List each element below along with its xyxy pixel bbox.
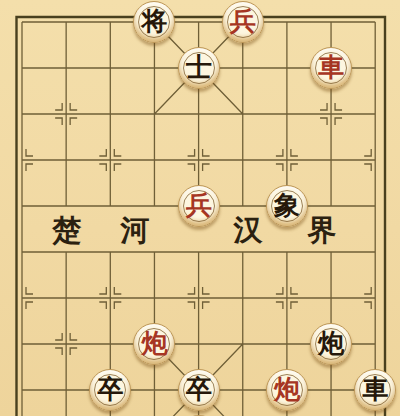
- board-point-3-7: 炮: [132, 321, 176, 367]
- board-point-3-0: 将: [132, 0, 176, 45]
- piece-glyph: 炮: [141, 330, 167, 356]
- board-point-8-8: 車: [353, 367, 397, 413]
- piece-glyph: 炮: [274, 376, 300, 402]
- piece-black-advisor[interactable]: 士: [178, 47, 220, 89]
- piece-glyph: 将: [141, 8, 167, 34]
- xiangqi-game-screenshot: 楚 河 汉 界 将兵士車兵象炮炮卒卒炮車: [0, 0, 400, 416]
- piece-red-chariot[interactable]: 車: [310, 47, 352, 89]
- piece-glyph: 車: [362, 376, 388, 402]
- piece-glyph: 象: [274, 192, 300, 218]
- piece-black-soldier-b[interactable]: 卒: [178, 369, 220, 411]
- piece-glyph: 兵: [230, 8, 256, 34]
- board-point-6-4: 象: [265, 183, 309, 229]
- piece-glyph: 兵: [186, 192, 212, 218]
- board-point-2-8: 卒: [88, 367, 132, 413]
- piece-red-soldier-a[interactable]: 兵: [222, 1, 264, 43]
- piece-glyph: 車: [318, 54, 344, 80]
- piece-black-cannon[interactable]: 炮: [310, 323, 352, 365]
- piece-black-elephant[interactable]: 象: [266, 185, 308, 227]
- piece-glyph: 卒: [186, 376, 212, 402]
- piece-black-general[interactable]: 将: [133, 1, 175, 43]
- piece-red-cannon-a[interactable]: 炮: [133, 323, 175, 365]
- board-point-6-8: 炮: [265, 367, 309, 413]
- board-point-4-4: 兵: [177, 183, 221, 229]
- piece-glyph: 卒: [97, 376, 123, 402]
- board-point-7-1: 車: [309, 45, 353, 91]
- piece-glyph: 士: [186, 54, 212, 80]
- piece-red-soldier-b[interactable]: 兵: [178, 185, 220, 227]
- piece-black-soldier-a[interactable]: 卒: [89, 369, 131, 411]
- board-point-4-8: 卒: [177, 367, 221, 413]
- board-point-7-7: 炮: [309, 321, 353, 367]
- piece-glyph: 炮: [318, 330, 344, 356]
- piece-layer: 将兵士車兵象炮炮卒卒炮車: [0, 0, 398, 416]
- piece-black-chariot[interactable]: 車: [354, 369, 396, 411]
- board-point-5-0: 兵: [221, 0, 265, 45]
- board-point-4-1: 士: [177, 45, 221, 91]
- piece-red-cannon-b[interactable]: 炮: [266, 369, 308, 411]
